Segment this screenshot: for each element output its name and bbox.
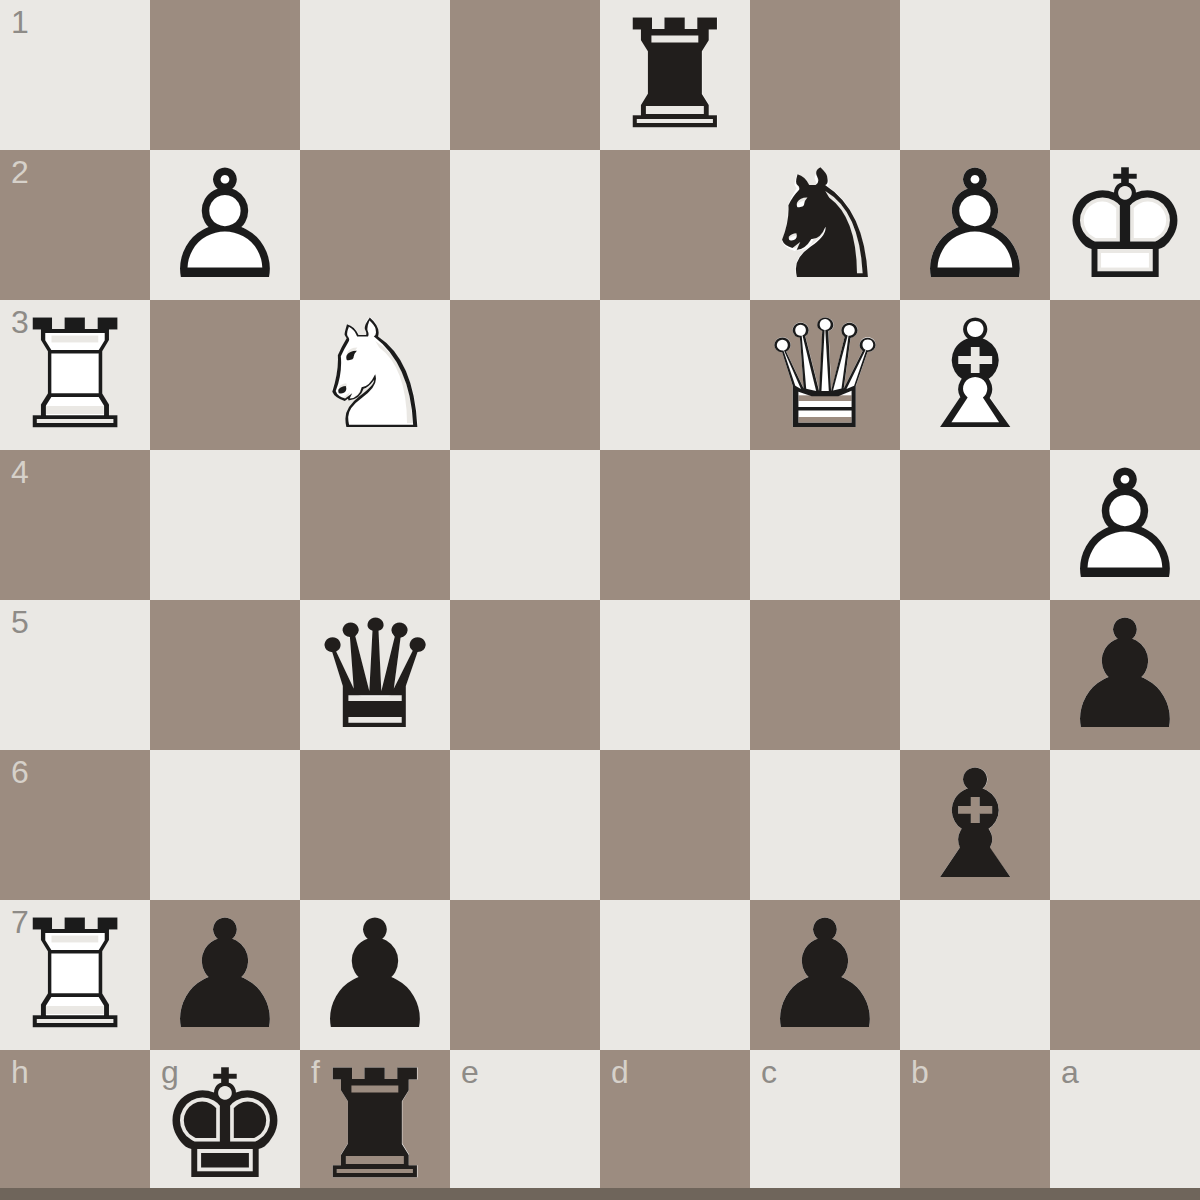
square-g1[interactable]	[150, 0, 300, 150]
square-f3[interactable]: ♞♘	[300, 300, 450, 450]
black-bishop[interactable]: ♗♝	[900, 750, 1050, 900]
black-rook[interactable]: ♖♜	[300, 1050, 450, 1200]
square-c6[interactable]	[750, 750, 900, 900]
square-h2[interactable]: 2	[0, 150, 150, 300]
black-pawn-glyph: ♟	[750, 900, 900, 1050]
white-rook[interactable]: ♜♖	[0, 900, 150, 1050]
square-e8[interactable]: e	[450, 1050, 600, 1200]
black-knight[interactable]: ♘♞	[750, 150, 900, 300]
square-g2[interactable]: ♟♙	[150, 150, 300, 300]
black-king-glyph: ♚	[150, 1050, 300, 1200]
chess-board: 1♖♜2♟♙♘♞♟♙♚♔3♜♖♞♘♛♕♝♗4♟♙5♕♛♙♟6♗♝7♜♖♙♟♙♟♙…	[0, 0, 1200, 1200]
white-rook[interactable]: ♜♖	[0, 300, 150, 450]
rank-label-4: 4	[11, 456, 29, 488]
black-pawn-glyph: ♟	[1050, 600, 1200, 750]
black-queen[interactable]: ♕♛	[300, 600, 450, 750]
square-e7[interactable]	[450, 900, 600, 1050]
square-a6[interactable]	[1050, 750, 1200, 900]
square-g6[interactable]	[150, 750, 300, 900]
white-queen[interactable]: ♛♕	[750, 300, 900, 450]
file-label-h: h	[11, 1056, 29, 1088]
square-a7[interactable]	[1050, 900, 1200, 1050]
square-b3[interactable]: ♝♗	[900, 300, 1050, 450]
square-b7[interactable]	[900, 900, 1050, 1050]
square-a8[interactable]: a	[1050, 1050, 1200, 1200]
file-label-c: c	[761, 1056, 777, 1088]
square-d1[interactable]: ♖♜	[600, 0, 750, 150]
square-e1[interactable]	[450, 0, 600, 150]
square-b8[interactable]: b	[900, 1050, 1050, 1200]
square-a5[interactable]: ♙♟	[1050, 600, 1200, 750]
black-pawn[interactable]: ♙♟	[1050, 600, 1200, 750]
black-knight-glyph: ♞	[750, 150, 900, 300]
square-c2[interactable]: ♘♞	[750, 150, 900, 300]
square-d4[interactable]	[600, 450, 750, 600]
white-pawn[interactable]: ♟♙	[900, 150, 1050, 300]
square-a3[interactable]	[1050, 300, 1200, 450]
square-e2[interactable]	[450, 150, 600, 300]
white-rook-glyph: ♖	[0, 900, 150, 1050]
square-b1[interactable]	[900, 0, 1050, 150]
square-g5[interactable]	[150, 600, 300, 750]
square-f7[interactable]: ♙♟	[300, 900, 450, 1050]
square-f5[interactable]: ♕♛	[300, 600, 450, 750]
square-c3[interactable]: ♛♕	[750, 300, 900, 450]
square-b4[interactable]	[900, 450, 1050, 600]
square-g7[interactable]: ♙♟	[150, 900, 300, 1050]
square-f6[interactable]	[300, 750, 450, 900]
file-label-e: e	[461, 1056, 479, 1088]
white-rook-glyph: ♖	[0, 300, 150, 450]
white-pawn-glyph: ♙	[150, 150, 300, 300]
black-pawn-glyph: ♟	[300, 900, 450, 1050]
white-king[interactable]: ♚♔	[1050, 150, 1200, 300]
square-h7[interactable]: 7♜♖	[0, 900, 150, 1050]
white-bishop-glyph: ♗	[900, 300, 1050, 450]
black-pawn[interactable]: ♙♟	[750, 900, 900, 1050]
square-h6[interactable]: 6	[0, 750, 150, 900]
rank-label-6: 6	[11, 756, 29, 788]
white-pawn-glyph: ♙	[900, 150, 1050, 300]
white-bishop[interactable]: ♝♗	[900, 300, 1050, 450]
black-pawn-glyph: ♟	[150, 900, 300, 1050]
square-g3[interactable]	[150, 300, 300, 450]
square-c8[interactable]: c	[750, 1050, 900, 1200]
white-pawn[interactable]: ♟♙	[1050, 450, 1200, 600]
square-d2[interactable]	[600, 150, 750, 300]
black-bishop-glyph: ♝	[900, 750, 1050, 900]
square-h5[interactable]: 5	[0, 600, 150, 750]
square-a1[interactable]	[1050, 0, 1200, 150]
black-king[interactable]: ♔♚	[150, 1050, 300, 1200]
square-e3[interactable]	[450, 300, 600, 450]
rank-label-5: 5	[11, 606, 29, 638]
square-e5[interactable]	[450, 600, 600, 750]
board-bottom-edge	[0, 1188, 1200, 1200]
white-knight[interactable]: ♞♘	[300, 300, 450, 450]
square-b5[interactable]	[900, 600, 1050, 750]
white-queen-glyph: ♕	[750, 300, 900, 450]
square-f8[interactable]: f♖♜	[300, 1050, 450, 1200]
chess-app: { "game": "chess", "position": { "fen_bo…	[0, 0, 1200, 1200]
file-label-b: b	[911, 1056, 929, 1088]
square-c1[interactable]	[750, 0, 900, 150]
square-h8[interactable]: h	[0, 1050, 150, 1200]
square-c5[interactable]	[750, 600, 900, 750]
square-c4[interactable]	[750, 450, 900, 600]
square-b6[interactable]: ♗♝	[900, 750, 1050, 900]
square-e6[interactable]	[450, 750, 600, 900]
square-g8[interactable]: g♔♚	[150, 1050, 300, 1200]
square-a4[interactable]: ♟♙	[1050, 450, 1200, 600]
white-pawn-glyph: ♙	[1050, 450, 1200, 600]
black-rook[interactable]: ♖♜	[600, 0, 750, 150]
white-pawn[interactable]: ♟♙	[150, 150, 300, 300]
white-knight-glyph: ♘	[300, 300, 450, 450]
square-g4[interactable]	[150, 450, 300, 600]
square-h4[interactable]: 4	[0, 450, 150, 600]
square-a2[interactable]: ♚♔	[1050, 150, 1200, 300]
black-queen-glyph: ♛	[300, 600, 450, 750]
square-f4[interactable]	[300, 450, 450, 600]
square-d6[interactable]	[600, 750, 750, 900]
square-b2[interactable]: ♟♙	[900, 150, 1050, 300]
black-pawn[interactable]: ♙♟	[150, 900, 300, 1050]
black-pawn[interactable]: ♙♟	[300, 900, 450, 1050]
square-c7[interactable]: ♙♟	[750, 900, 900, 1050]
file-label-d: d	[611, 1056, 629, 1088]
file-label-a: a	[1061, 1056, 1079, 1088]
square-d5[interactable]	[600, 600, 750, 750]
square-f2[interactable]	[300, 150, 450, 300]
rank-label-1: 1	[11, 6, 29, 38]
square-h3[interactable]: 3♜♖	[0, 300, 150, 450]
square-e4[interactable]	[450, 450, 600, 600]
square-h1[interactable]: 1	[0, 0, 150, 150]
white-king-glyph: ♔	[1050, 150, 1200, 300]
black-rook-glyph: ♜	[600, 0, 750, 150]
black-rook-glyph: ♜	[300, 1050, 450, 1200]
square-f1[interactable]	[300, 0, 450, 150]
square-d3[interactable]	[600, 300, 750, 450]
square-d7[interactable]	[600, 900, 750, 1050]
square-d8[interactable]: d	[600, 1050, 750, 1200]
rank-label-2: 2	[11, 156, 29, 188]
